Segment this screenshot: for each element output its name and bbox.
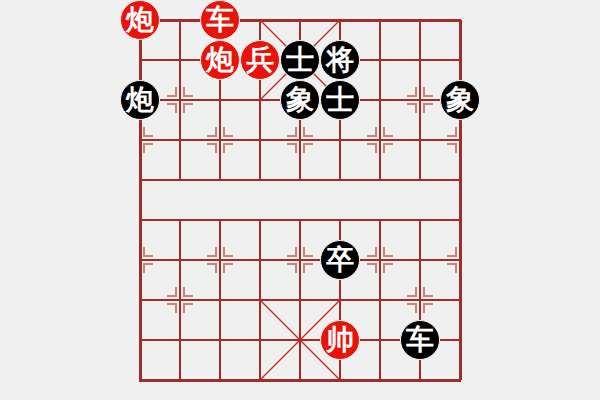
piece-red-soldier-d9[interactable]: 兵	[240, 40, 280, 80]
piece-red-general-f2[interactable]: 帅	[320, 320, 360, 360]
piece-black-advisor-f8[interactable]: 士	[320, 80, 360, 120]
piece-black-general-f9[interactable]: 将	[320, 40, 360, 80]
piece-black-elephant-i8[interactable]: 象	[440, 80, 480, 120]
piece-black-soldier-f4[interactable]: 卒	[320, 240, 360, 280]
piece-black-chariot-h2[interactable]: 车	[400, 320, 440, 360]
piece-black-advisor-e9[interactable]: 士	[280, 40, 320, 80]
piece-red-cannon-a10[interactable]: 炮	[120, 0, 160, 40]
piece-red-chariot-c10[interactable]: 车	[200, 0, 240, 40]
piece-red-cannon-c9[interactable]: 炮	[200, 40, 240, 80]
piece-black-cannon-a8[interactable]: 炮	[120, 80, 160, 120]
piece-black-elephant-e8[interactable]: 象	[280, 80, 320, 120]
xiangqi-board[interactable]: 炮车炮兵士将炮象士象卒帅车	[0, 0, 600, 400]
